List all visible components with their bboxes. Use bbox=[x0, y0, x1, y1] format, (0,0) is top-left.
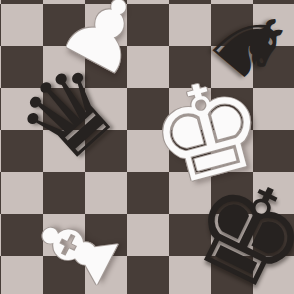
pieces-layer: ♟♞♛♚♝♚ bbox=[0, 0, 294, 294]
chess-pattern-swatch: ♟♞♛♚♝♚ bbox=[0, 0, 294, 294]
white-bishop: ♝ bbox=[13, 188, 140, 294]
